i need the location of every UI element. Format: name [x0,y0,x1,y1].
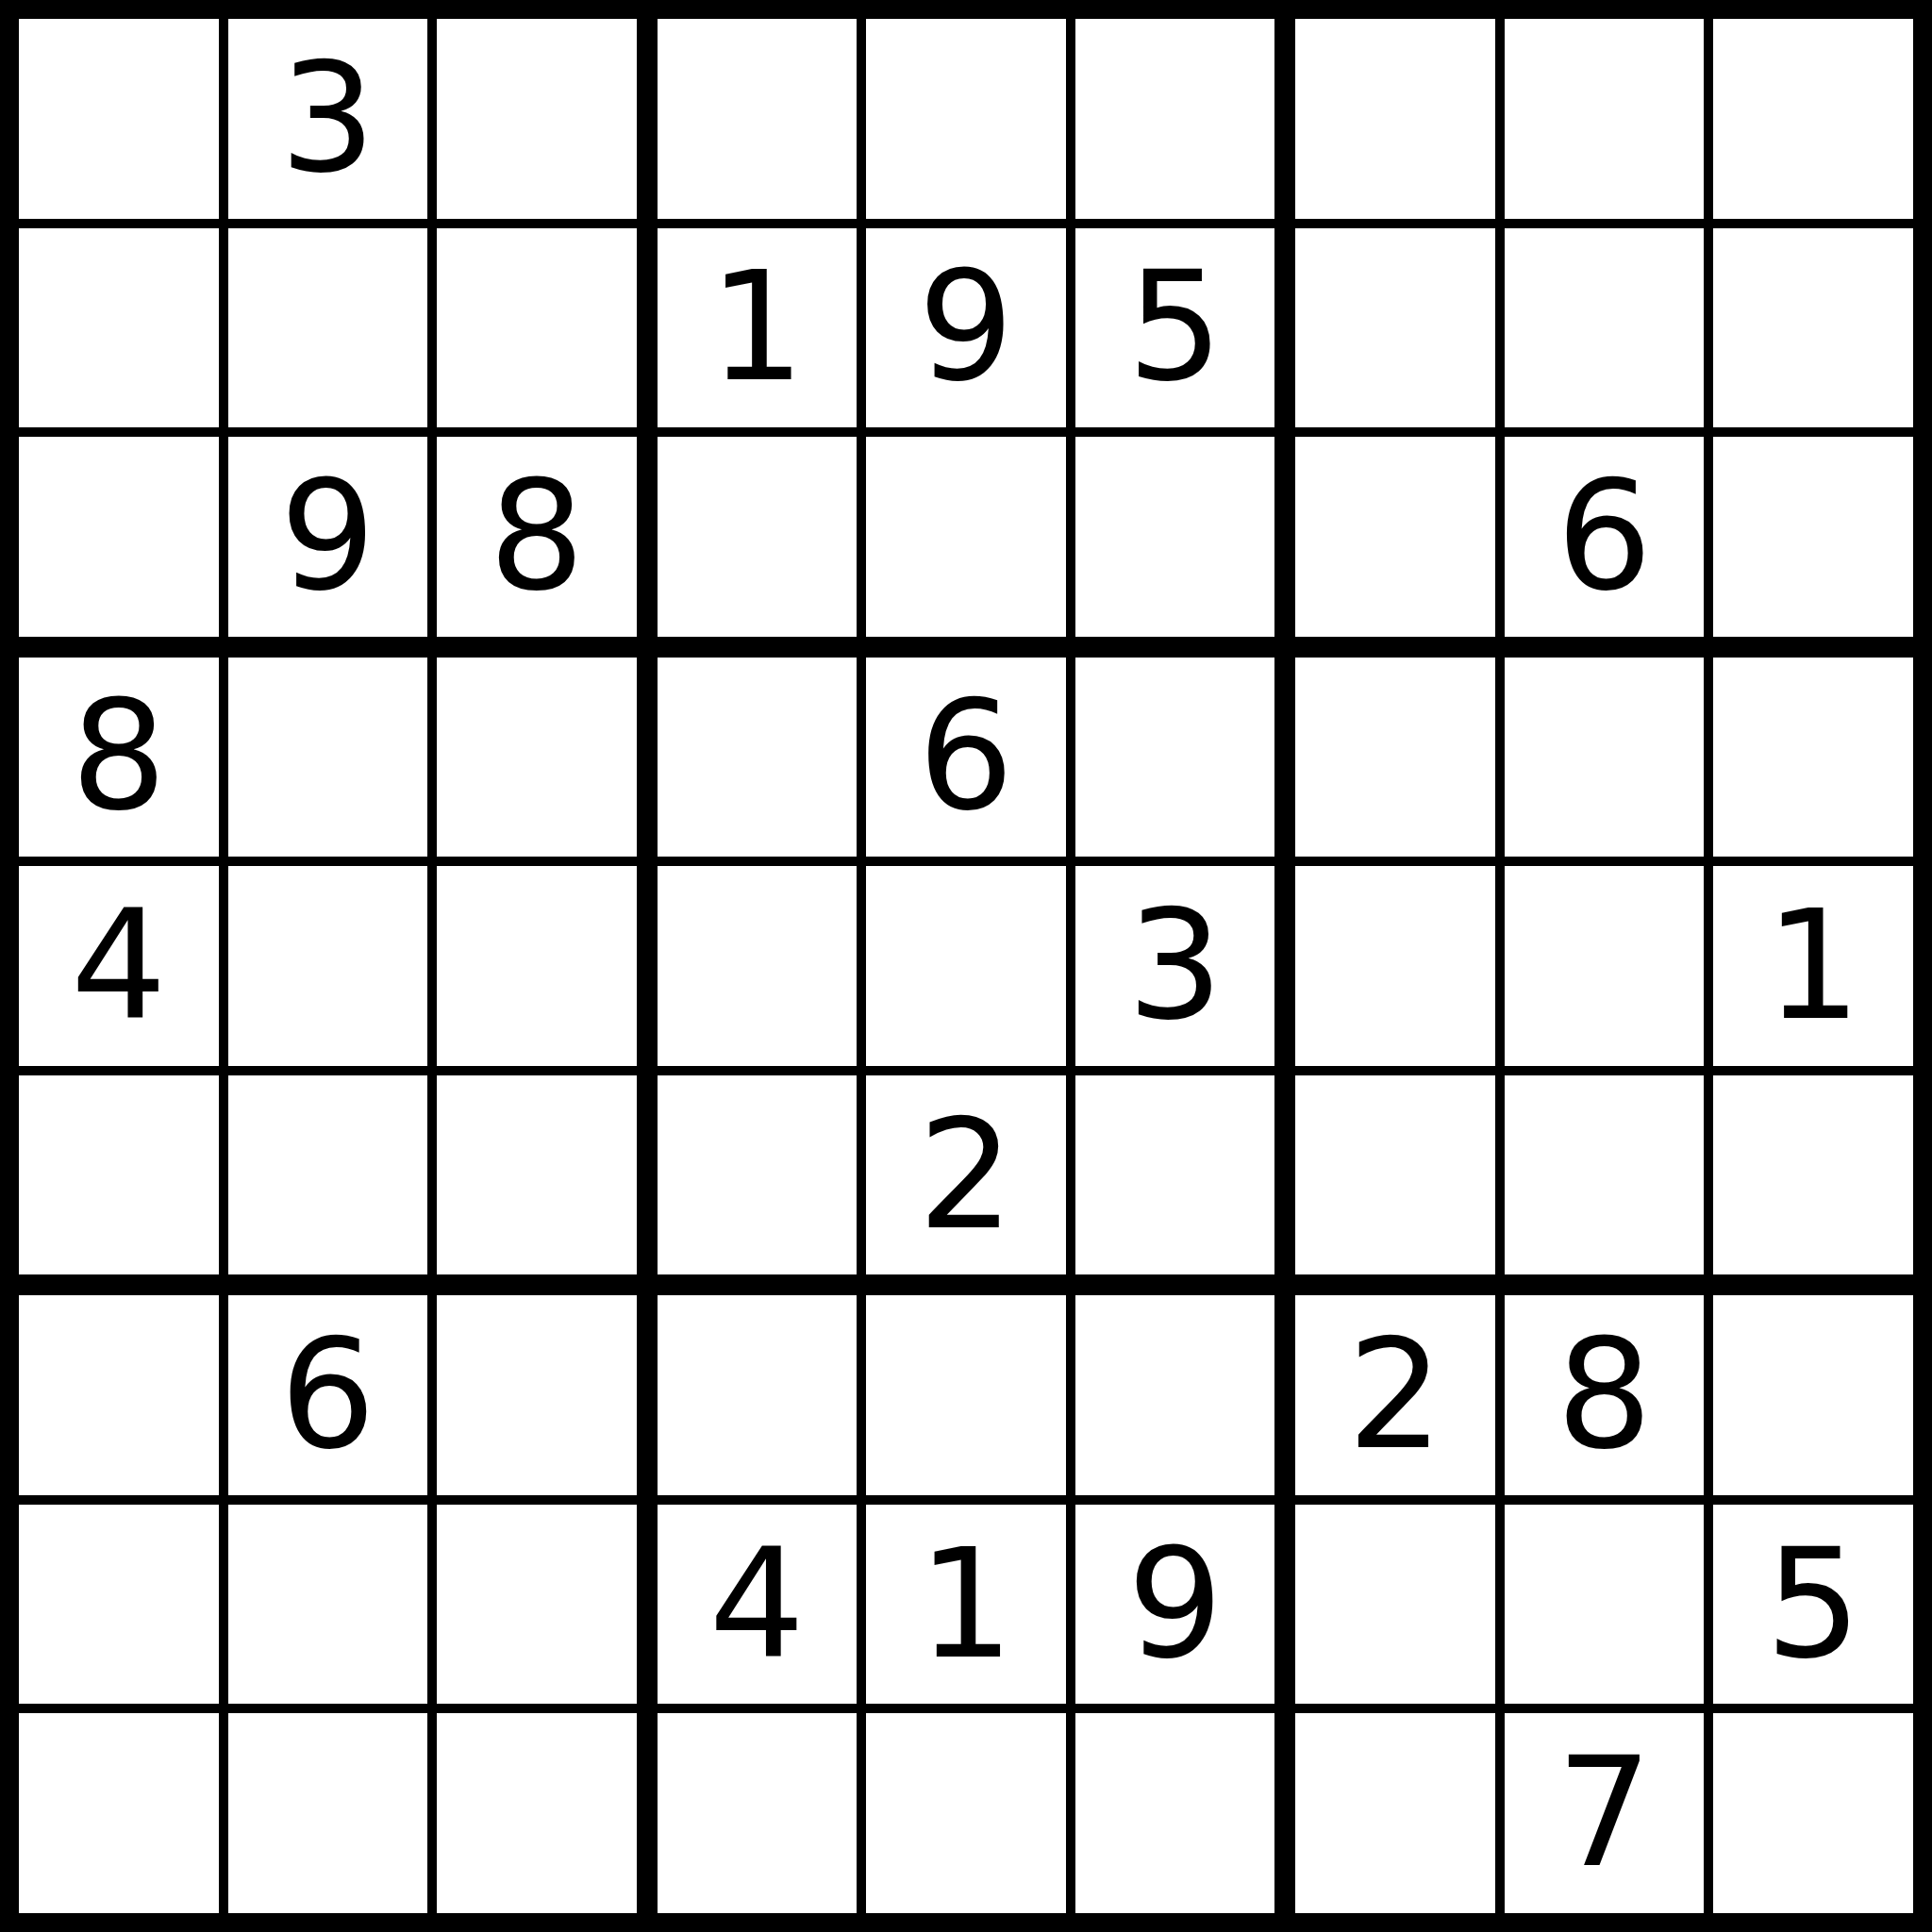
cell-r4c7[interactable] [1295,658,1495,858]
cell-r2c9[interactable] [1713,228,1913,428]
cell-r5c4[interactable] [658,866,858,1066]
cell-r3c7[interactable] [1295,437,1495,637]
cell-r1c7[interactable] [1295,19,1495,219]
cell-r6c2[interactable] [228,1075,428,1275]
cell-r4c4[interactable] [658,658,858,858]
cell-r4c5[interactable]: 6 [866,658,1066,858]
cell-r8c6[interactable]: 9 [1075,1505,1275,1705]
box-2-2: 632 [658,658,1275,1275]
cell-r5c8[interactable] [1505,866,1705,1066]
cell-r2c8[interactable] [1505,228,1705,428]
cell-r3c4[interactable] [658,437,858,637]
cell-r7c4[interactable] [658,1295,858,1495]
cell-r8c3[interactable] [437,1505,637,1705]
cell-r1c1[interactable] [19,19,219,219]
cell-r9c5[interactable] [866,1713,1066,1913]
cell-r3c9[interactable] [1713,437,1913,637]
cell-r9c8[interactable]: 7 [1505,1713,1705,1913]
cell-r3c6[interactable] [1075,437,1275,637]
cell-r8c1[interactable] [19,1505,219,1705]
cell-r3c1[interactable] [19,437,219,637]
box-1-2: 195 [658,19,1275,637]
box-2-1: 84 [19,658,637,1275]
cell-r8c9[interactable]: 5 [1713,1505,1913,1705]
cell-r6c9[interactable] [1713,1075,1913,1275]
cell-r1c6[interactable] [1075,19,1275,219]
cell-r7c8[interactable]: 8 [1505,1295,1705,1495]
cell-r6c7[interactable] [1295,1075,1495,1275]
cell-r7c1[interactable] [19,1295,219,1495]
cell-r7c5[interactable] [866,1295,1066,1495]
cell-r7c3[interactable] [437,1295,637,1495]
cell-r9c4[interactable] [658,1713,858,1913]
cell-r8c8[interactable] [1505,1505,1705,1705]
cell-r9c3[interactable] [437,1713,637,1913]
cell-r7c2[interactable]: 6 [228,1295,428,1495]
cell-r1c5[interactable] [866,19,1066,219]
cell-r1c8[interactable] [1505,19,1705,219]
cell-r9c6[interactable] [1075,1713,1275,1913]
box-3-2: 419 [658,1295,1275,1913]
cell-r8c2[interactable] [228,1505,428,1705]
cell-r2c3[interactable] [437,228,637,428]
cell-r3c2[interactable]: 9 [228,437,428,637]
cell-r4c1[interactable]: 8 [19,658,219,858]
cell-r1c4[interactable] [658,19,858,219]
cell-r4c6[interactable] [1075,658,1275,858]
cell-r3c5[interactable] [866,437,1066,637]
cell-r5c7[interactable] [1295,866,1495,1066]
box-1-3: 6 [1295,19,1913,637]
cell-r8c7[interactable] [1295,1505,1495,1705]
box-3-1: 6 [19,1295,637,1913]
cell-r2c2[interactable] [228,228,428,428]
cell-r5c3[interactable] [437,866,637,1066]
cell-r5c5[interactable] [866,866,1066,1066]
cell-r4c8[interactable] [1505,658,1705,858]
cell-r5c1[interactable]: 4 [19,866,219,1066]
cell-r6c1[interactable] [19,1075,219,1275]
cell-r9c1[interactable] [19,1713,219,1913]
cell-r2c4[interactable]: 1 [658,228,858,428]
cell-r3c8[interactable]: 6 [1505,437,1705,637]
cell-r8c5[interactable]: 1 [866,1505,1066,1705]
cell-r2c5[interactable]: 9 [866,228,1066,428]
cell-r3c3[interactable]: 8 [437,437,637,637]
cell-r4c2[interactable] [228,658,428,858]
cell-r4c9[interactable] [1713,658,1913,858]
cell-r6c6[interactable] [1075,1075,1275,1275]
cell-r7c9[interactable] [1713,1295,1913,1495]
cell-r6c4[interactable] [658,1075,858,1275]
cell-r6c5[interactable]: 2 [866,1075,1066,1275]
cell-r7c7[interactable]: 2 [1295,1295,1495,1495]
cell-r2c7[interactable] [1295,228,1495,428]
cell-r5c2[interactable] [228,866,428,1066]
cell-r2c6[interactable]: 5 [1075,228,1275,428]
cell-r1c9[interactable] [1713,19,1913,219]
box-2-3: 1 [1295,658,1913,1275]
cell-r8c4[interactable]: 4 [658,1505,858,1705]
sudoku-board: 398195684632164192857 [0,0,1932,1932]
cell-r4c3[interactable] [437,658,637,858]
cell-r7c6[interactable] [1075,1295,1275,1495]
cell-r1c2[interactable]: 3 [228,19,428,219]
box-1-1: 398 [19,19,637,637]
cell-r9c7[interactable] [1295,1713,1495,1913]
cell-r6c3[interactable] [437,1075,637,1275]
cell-r9c9[interactable] [1713,1713,1913,1913]
cell-r9c2[interactable] [228,1713,428,1913]
cell-r5c6[interactable]: 3 [1075,866,1275,1066]
cell-r2c1[interactable] [19,228,219,428]
cell-r6c8[interactable] [1505,1075,1705,1275]
cell-r5c9[interactable]: 1 [1713,866,1913,1066]
cell-r1c3[interactable] [437,19,637,219]
box-3-3: 2857 [1295,1295,1913,1913]
